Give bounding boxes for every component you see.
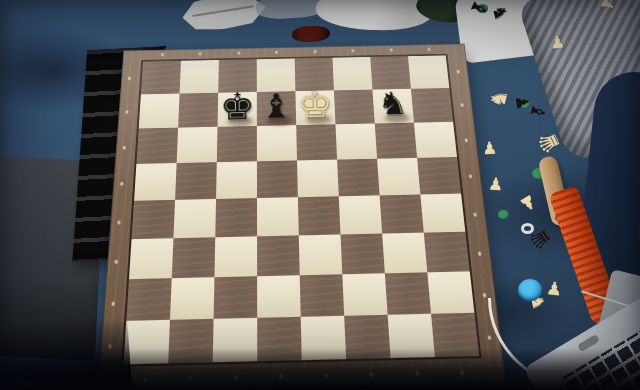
square: ♝ <box>257 91 296 126</box>
square <box>172 237 216 278</box>
square <box>380 195 424 234</box>
square <box>214 236 257 277</box>
square <box>214 276 258 319</box>
white-pawn-standing: ♟ <box>488 176 504 194</box>
square <box>377 158 420 196</box>
square <box>257 275 301 318</box>
square <box>173 199 216 238</box>
square <box>299 234 343 275</box>
square <box>217 126 257 162</box>
felt-base <box>498 210 509 219</box>
board-squares: ♚♝♚♞ <box>121 54 481 367</box>
square <box>296 124 337 160</box>
black-king: ♚ <box>219 88 255 125</box>
coordinate-mark <box>313 50 316 53</box>
black-bishop: ♝ <box>260 89 293 123</box>
square: ♚ <box>218 92 257 127</box>
square <box>414 122 457 158</box>
coordinate-mark <box>473 212 476 216</box>
square: ♚ <box>295 90 335 125</box>
square <box>170 277 214 320</box>
coordinate-mark <box>111 301 114 305</box>
white-pawn-standing: ♟ <box>481 139 497 157</box>
coordinate-mark <box>237 51 240 54</box>
felt-base <box>520 100 530 108</box>
square: ♞ <box>372 89 413 124</box>
white-pawn-standing: ♟ <box>545 279 563 299</box>
square <box>257 235 300 276</box>
black-pawn-lying: ♟ <box>512 94 531 112</box>
white-pawn-lying: ♟ <box>517 191 540 215</box>
coordinate-mark <box>483 293 487 297</box>
white-ring <box>521 223 534 234</box>
photo-scene: ♚♝♚♞ ♝♞♟♟♞♟♝♟♟♛♟♞♛♟♞ <box>0 0 640 390</box>
square <box>417 157 461 194</box>
square <box>216 161 257 199</box>
square <box>180 60 219 94</box>
square <box>126 278 171 321</box>
coordinate-mark <box>428 48 431 51</box>
black-bishop-lying: ♝ <box>526 101 549 122</box>
coordinate-mark <box>123 146 126 150</box>
square <box>375 123 417 159</box>
square <box>332 57 372 90</box>
square <box>141 61 181 95</box>
coordinate-mark <box>117 220 120 224</box>
crumpled-paper <box>315 0 432 32</box>
square <box>420 194 465 233</box>
square <box>408 55 449 88</box>
square <box>424 232 470 273</box>
square <box>411 88 453 123</box>
coordinate-mark <box>469 175 472 179</box>
boat-crease <box>192 5 254 17</box>
coordinate-mark <box>128 77 131 80</box>
square <box>136 128 178 164</box>
coordinate-mark <box>114 260 117 264</box>
square <box>177 127 218 163</box>
chessboard: ♚♝♚♞ <box>97 44 506 390</box>
square <box>134 163 177 201</box>
square <box>340 234 384 275</box>
square <box>385 272 431 314</box>
white-king: ♚ <box>297 87 333 123</box>
coordinate-mark <box>120 182 123 186</box>
coordinate-mark <box>352 49 355 52</box>
square <box>334 90 375 125</box>
coordinate-mark <box>161 53 164 56</box>
square <box>298 196 341 235</box>
coordinate-mark <box>461 103 464 107</box>
square <box>139 94 180 129</box>
square <box>132 200 175 239</box>
square <box>335 123 377 159</box>
square <box>257 160 298 198</box>
square <box>178 93 218 128</box>
coordinate-mark <box>125 110 128 114</box>
square <box>339 195 382 234</box>
coordinate-mark <box>465 138 468 142</box>
corner-shadow <box>0 317 133 390</box>
maroon-object <box>292 25 331 43</box>
square <box>257 197 299 236</box>
square <box>297 160 339 198</box>
square <box>427 271 474 313</box>
square <box>175 162 217 200</box>
square <box>257 125 297 161</box>
black-knight: ♞ <box>376 88 409 120</box>
square <box>300 274 344 317</box>
coordinate-mark <box>457 70 460 73</box>
coordinate-mark <box>199 52 202 55</box>
square <box>215 198 257 237</box>
square <box>382 233 427 274</box>
coordinate-mark <box>390 48 393 51</box>
square <box>337 159 379 197</box>
square <box>342 273 387 315</box>
paper-boat <box>180 0 268 34</box>
square <box>129 238 173 279</box>
coordinate-mark <box>275 51 278 54</box>
coordinate-mark <box>478 252 482 256</box>
white-knight-lying: ♞ <box>487 87 512 111</box>
